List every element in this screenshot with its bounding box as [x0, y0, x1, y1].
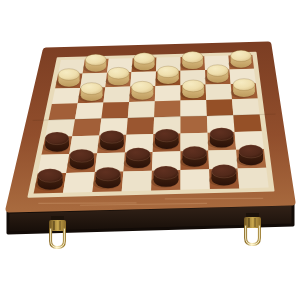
board-square-r3c5 — [181, 100, 207, 117]
board-square-r4c5 — [181, 116, 208, 133]
checker-piece-light — [129, 81, 153, 100]
board-square-r3c4 — [154, 101, 180, 118]
board-square-r2c6 — [206, 84, 232, 100]
checker-piece-dark — [124, 148, 151, 169]
board-square-r3c2 — [101, 102, 129, 119]
checker-piece-light — [228, 50, 251, 69]
checker-piece-dark — [207, 128, 233, 149]
board-square-r7c7 — [238, 168, 269, 189]
checker-piece-light — [180, 52, 203, 71]
checker-piece-light — [106, 67, 130, 86]
checker-piece-light — [231, 79, 255, 98]
checker-piece-dark — [43, 132, 69, 153]
board-square-r3c3 — [128, 101, 155, 118]
checker-piece-dark — [151, 166, 178, 188]
board-square-r7c1 — [63, 172, 95, 193]
checker-piece-light — [180, 80, 204, 99]
checker-piece-dark — [98, 131, 124, 152]
checker-piece-dark — [35, 169, 62, 191]
board-square-r2c4 — [155, 85, 181, 101]
checker-piece-light — [155, 66, 179, 85]
checker-piece-dark — [67, 149, 94, 170]
checker-piece-light — [78, 83, 102, 102]
board-square-r7c3 — [122, 171, 152, 192]
board-square-r3c0 — [49, 103, 78, 120]
board-square-r3c6 — [206, 99, 233, 116]
checker-piece-light — [131, 53, 154, 72]
checker-piece-dark — [153, 129, 179, 150]
checker-piece-dark — [93, 167, 120, 189]
board-square-r4c3 — [126, 117, 154, 135]
checker-piece-dark — [180, 146, 207, 167]
checker-piece-light — [56, 69, 80, 88]
checker-piece-light — [83, 54, 106, 73]
brass-latch-right-icon — [244, 213, 261, 245]
checkers-board-photo-svg — [0, 0, 300, 300]
board-square-r7c5 — [181, 169, 210, 190]
board-square-r4c7 — [233, 115, 261, 133]
board-square-r3c7 — [232, 99, 260, 116]
board-square-r2c0 — [52, 88, 80, 104]
checker-piece-dark — [236, 145, 263, 166]
checker-piece-light — [205, 65, 229, 84]
checker-piece-dark — [209, 164, 236, 186]
board-square-r3c1 — [75, 103, 103, 120]
board-square-r4c1 — [72, 119, 101, 137]
product-photo-checkers-set — [0, 0, 300, 300]
board-square-r2c2 — [103, 87, 130, 103]
